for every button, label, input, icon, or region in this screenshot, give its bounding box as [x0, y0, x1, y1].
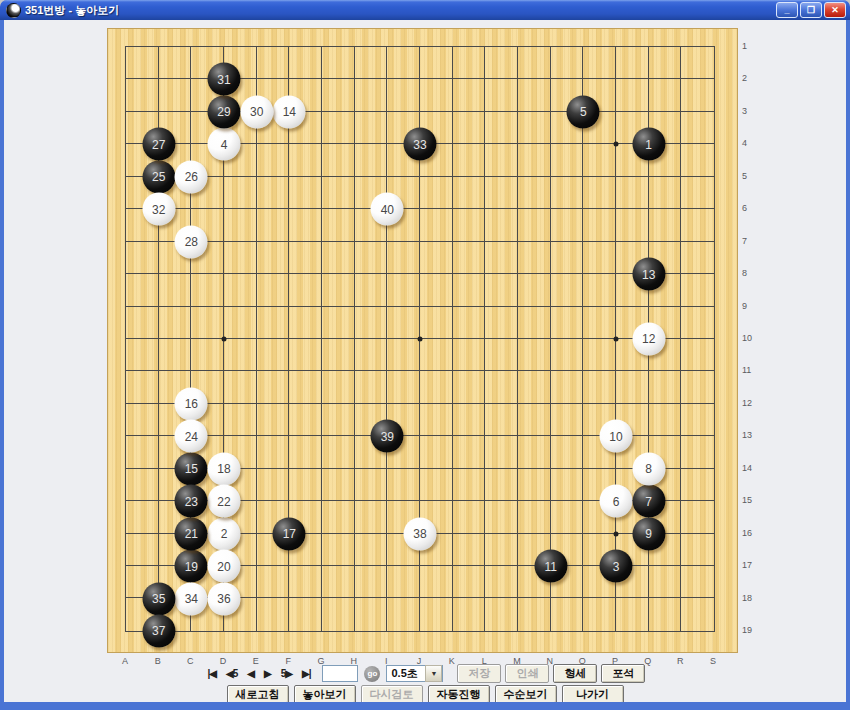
- board-cell: [420, 209, 453, 241]
- board-cell: [387, 79, 420, 111]
- go-board[interactable]: 1234567891011121314151617181920212223242…: [107, 28, 738, 653]
- board-cell: [681, 209, 714, 241]
- board-cell: [681, 469, 714, 501]
- board-cell: [387, 47, 420, 79]
- board-cell: [681, 177, 714, 209]
- title-bar[interactable]: 351번방 - 놓아보기 _ ❐ ✕: [0, 0, 850, 20]
- board-cell: [289, 598, 322, 630]
- board-cell: [289, 177, 322, 209]
- board-cell: [518, 371, 551, 403]
- board-cell: [485, 469, 518, 501]
- board-cell: [583, 598, 616, 630]
- board-cell: [420, 47, 453, 79]
- board-cell: [453, 242, 486, 274]
- board-cell: [453, 566, 486, 598]
- stone-white-38[interactable]: 38: [403, 517, 436, 550]
- board-cell: [616, 371, 649, 403]
- stone-black-11[interactable]: 11: [534, 550, 567, 583]
- board-cell: [518, 144, 551, 176]
- board-cell: [518, 501, 551, 533]
- board-cell: [583, 339, 616, 371]
- board-cell: [355, 534, 388, 566]
- board-cell: [355, 469, 388, 501]
- board-cell: [485, 307, 518, 339]
- board-cell: [289, 274, 322, 306]
- board-cell: [551, 598, 584, 630]
- board-cell: [485, 566, 518, 598]
- board-cell: [518, 79, 551, 111]
- row-label: 13: [742, 429, 758, 441]
- board-cell: [126, 274, 159, 306]
- board-cell: [126, 501, 159, 533]
- stone-white-14[interactable]: 14: [273, 95, 306, 128]
- stone-white-4[interactable]: 4: [207, 128, 240, 161]
- board-cell: [257, 436, 290, 468]
- board-cell: [224, 209, 257, 241]
- board-cell: [453, 79, 486, 111]
- maximize-button[interactable]: ❐: [800, 2, 822, 18]
- board-cell: [485, 144, 518, 176]
- board-cell: [355, 112, 388, 144]
- board-cell: [616, 47, 649, 79]
- board-cell: [322, 177, 355, 209]
- board-cell: [583, 144, 616, 176]
- board-cell: [518, 242, 551, 274]
- row-label: 1: [742, 40, 758, 52]
- board-cell: [322, 598, 355, 630]
- nav-back-5-button[interactable]: ◀5: [223, 668, 240, 679]
- board-cell: [649, 598, 682, 630]
- board-cell: [583, 209, 616, 241]
- stone-black-9[interactable]: 9: [632, 517, 665, 550]
- row-label: 14: [742, 462, 758, 474]
- stone-black-15[interactable]: 15: [175, 452, 208, 485]
- board-cell: [453, 598, 486, 630]
- star-point: [613, 336, 618, 341]
- board-cell: [485, 598, 518, 630]
- board-cell: [289, 242, 322, 274]
- board-cell: [583, 371, 616, 403]
- board-cell: [453, 534, 486, 566]
- board-cell: [224, 339, 257, 371]
- nav-forward-5-button[interactable]: 5▶: [278, 668, 295, 679]
- board-cell: [583, 307, 616, 339]
- board-cell: [322, 242, 355, 274]
- board-cell: [583, 47, 616, 79]
- stone-white-34[interactable]: 34: [175, 582, 208, 615]
- exit-button[interactable]: 나가기: [562, 685, 624, 703]
- board-cell: [485, 404, 518, 436]
- move-number-input[interactable]: [322, 665, 358, 682]
- row-label: 7: [742, 235, 758, 247]
- stone-white-22[interactable]: 22: [207, 485, 240, 518]
- board-cell: [551, 469, 584, 501]
- board-cell: [387, 469, 420, 501]
- board-cell: [387, 598, 420, 630]
- board-cell: [420, 307, 453, 339]
- stone-white-26[interactable]: 26: [175, 160, 208, 193]
- board-cell: [355, 79, 388, 111]
- board-cell: [649, 371, 682, 403]
- stone-black-19[interactable]: 19: [175, 550, 208, 583]
- position-eval-button[interactable]: 형세: [553, 664, 597, 683]
- stone-white-10[interactable]: 10: [599, 420, 632, 453]
- board-cell: [355, 144, 388, 176]
- board-cell: [616, 598, 649, 630]
- board-cell: [159, 339, 192, 371]
- board-cell: [518, 209, 551, 241]
- board-cell: [322, 47, 355, 79]
- board-cell: [126, 79, 159, 111]
- board-cell: [583, 274, 616, 306]
- board-cell: [551, 274, 584, 306]
- board-cell: [485, 274, 518, 306]
- board-cell: [224, 404, 257, 436]
- board-cell: [224, 371, 257, 403]
- close-button[interactable]: ✕: [824, 2, 846, 18]
- board-cell: [518, 404, 551, 436]
- row-label: 5: [742, 170, 758, 182]
- stone-white-36[interactable]: 36: [207, 582, 240, 615]
- board-cell: [485, 47, 518, 79]
- row-label: 4: [742, 137, 758, 149]
- board-cell: [453, 112, 486, 144]
- board-cell: [681, 307, 714, 339]
- board-cell: [583, 177, 616, 209]
- board-cell: [257, 144, 290, 176]
- board-cell: [551, 307, 584, 339]
- stone-black-33[interactable]: 33: [403, 128, 436, 161]
- row-label: 2: [742, 72, 758, 84]
- board-cell: [322, 469, 355, 501]
- board-cell: [518, 339, 551, 371]
- board-cell: [518, 177, 551, 209]
- board-cell: [322, 144, 355, 176]
- stone-black-5[interactable]: 5: [567, 95, 600, 128]
- stone-white-20[interactable]: 20: [207, 550, 240, 583]
- board-cell: [681, 598, 714, 630]
- board-cell: [322, 436, 355, 468]
- board-cell: [355, 501, 388, 533]
- row-label: 12: [742, 397, 758, 409]
- board-cell: [453, 144, 486, 176]
- board-cell: [681, 112, 714, 144]
- board-cell: [518, 307, 551, 339]
- stone-white-40[interactable]: 40: [371, 193, 404, 226]
- board-cell: [355, 274, 388, 306]
- stone-white-12[interactable]: 12: [632, 322, 665, 355]
- board-cell: [616, 177, 649, 209]
- board-cell: [681, 144, 714, 176]
- board-cell: [453, 371, 486, 403]
- board-cell: [387, 566, 420, 598]
- stone-white-24[interactable]: 24: [175, 420, 208, 453]
- stone-white-28[interactable]: 28: [175, 225, 208, 258]
- board-cell: [420, 79, 453, 111]
- stone-white-2[interactable]: 2: [207, 517, 240, 550]
- board-cell: [224, 274, 257, 306]
- board-cell: [322, 112, 355, 144]
- board-cell: [551, 177, 584, 209]
- board-cell: [355, 598, 388, 630]
- board-cell: [485, 436, 518, 468]
- row-label: 8: [742, 267, 758, 279]
- board-cell: [159, 47, 192, 79]
- board-cell: [485, 177, 518, 209]
- board-cell: [126, 339, 159, 371]
- stone-black-17[interactable]: 17: [273, 517, 306, 550]
- board-cell: [159, 307, 192, 339]
- board-cell: [355, 339, 388, 371]
- board-cell: [649, 209, 682, 241]
- board-cell: [649, 79, 682, 111]
- board-cell: [257, 404, 290, 436]
- board-cell: [289, 47, 322, 79]
- print-button[interactable]: 인쇄: [505, 664, 549, 683]
- board-cell: [387, 307, 420, 339]
- board-cell: [518, 274, 551, 306]
- nav-back-1-button[interactable]: ◀: [244, 668, 257, 679]
- board-cell: [616, 209, 649, 241]
- board-cell: [387, 242, 420, 274]
- nav-forward-1-button[interactable]: ▶: [261, 668, 274, 679]
- board-cell: [322, 339, 355, 371]
- board-cell: [289, 144, 322, 176]
- stone-black-31[interactable]: 31: [207, 63, 240, 96]
- board-cell: [420, 242, 453, 274]
- board-cell: [420, 469, 453, 501]
- board-cell: [681, 566, 714, 598]
- nav-first-button[interactable]: |◀: [205, 668, 220, 679]
- board-cell: [289, 371, 322, 403]
- stone-black-35[interactable]: 35: [142, 582, 175, 615]
- row-label: 6: [742, 202, 758, 214]
- board-cell: [485, 209, 518, 241]
- board-cell: [289, 404, 322, 436]
- board-cell: [453, 404, 486, 436]
- stone-black-7[interactable]: 7: [632, 485, 665, 518]
- board-cell: [126, 47, 159, 79]
- star-point: [613, 142, 618, 147]
- board-cell: [289, 469, 322, 501]
- board-cell: [387, 274, 420, 306]
- board-cell: [257, 339, 290, 371]
- board-cell: [126, 307, 159, 339]
- delay-select[interactable]: 0.5초 ▼: [386, 665, 443, 682]
- board-cell: [681, 534, 714, 566]
- board-cell: [126, 534, 159, 566]
- board-cell: [681, 47, 714, 79]
- board-cell: [257, 274, 290, 306]
- board-cell: [485, 501, 518, 533]
- board-cell: [355, 307, 388, 339]
- board-cell: [257, 47, 290, 79]
- board-cell: [289, 339, 322, 371]
- star-point: [417, 336, 422, 341]
- row-label: 9: [742, 300, 758, 312]
- row-label: 18: [742, 592, 758, 604]
- board-cell: [420, 177, 453, 209]
- row-label: 11: [742, 364, 758, 376]
- board-cell: [257, 307, 290, 339]
- board-cell: [453, 274, 486, 306]
- stone-white-8[interactable]: 8: [632, 452, 665, 485]
- board-cell: [387, 371, 420, 403]
- board-cell: [649, 177, 682, 209]
- board-cell: [420, 371, 453, 403]
- board-cell: [453, 307, 486, 339]
- move-order-button[interactable]: 수순보기: [495, 685, 557, 703]
- stone-black-13[interactable]: 13: [632, 258, 665, 291]
- stone-white-6[interactable]: 6: [599, 485, 632, 518]
- board-cell: [453, 47, 486, 79]
- board-cell: [322, 534, 355, 566]
- board-cell: [322, 501, 355, 533]
- row-label: 3: [742, 105, 758, 117]
- stone-black-29[interactable]: 29: [207, 95, 240, 128]
- nav-last-button[interactable]: ▶|: [299, 668, 314, 679]
- board-cell: [420, 598, 453, 630]
- star-point: [613, 531, 618, 536]
- board-cell: [355, 371, 388, 403]
- board-cell: [257, 209, 290, 241]
- go-button[interactable]: go: [364, 666, 380, 682]
- board-cell: [453, 501, 486, 533]
- board-cell: [191, 274, 224, 306]
- board-cell: [453, 436, 486, 468]
- board-cell: [257, 598, 290, 630]
- board-cell: [453, 209, 486, 241]
- board-cell: [518, 436, 551, 468]
- board-cell: [257, 242, 290, 274]
- app-window: 351번방 - 놓아보기 _ ❐ ✕ 123456789101112131415…: [0, 0, 850, 710]
- board-cell: [518, 598, 551, 630]
- board-cell: [551, 209, 584, 241]
- action-controls: 새로고침 놓아보기 다시검토 자동진행 수순보기 나가기: [4, 685, 846, 702]
- board-cell: [616, 79, 649, 111]
- playback-controls: |◀ ◀5 ◀ ▶ 5▶ ▶| go 0.5초 ▼ 저장 인쇄 형세 포석: [4, 664, 846, 683]
- board-cell: [289, 307, 322, 339]
- board-cell: [126, 371, 159, 403]
- stone-white-32[interactable]: 32: [142, 193, 175, 226]
- board-cell: [289, 566, 322, 598]
- board-cell: [551, 404, 584, 436]
- minimize-button[interactable]: _: [776, 2, 798, 18]
- board-cell: [485, 534, 518, 566]
- board-cell: [322, 307, 355, 339]
- board-cell: [191, 307, 224, 339]
- board-cell: [583, 242, 616, 274]
- board-cell: [681, 274, 714, 306]
- board-cell: [420, 404, 453, 436]
- board-cell: [551, 47, 584, 79]
- board-cell: [387, 339, 420, 371]
- board-cell: [224, 177, 257, 209]
- board-cell: [322, 404, 355, 436]
- save-button[interactable]: 저장: [457, 664, 501, 683]
- stone-black-1[interactable]: 1: [632, 128, 665, 161]
- board-cell: [551, 242, 584, 274]
- board-cell: [518, 469, 551, 501]
- board-cell: [485, 79, 518, 111]
- stone-black-25[interactable]: 25: [142, 160, 175, 193]
- stone-white-16[interactable]: 16: [175, 387, 208, 420]
- board-cell: [551, 339, 584, 371]
- board-cell: [649, 47, 682, 79]
- board-cell: [322, 566, 355, 598]
- board-cell: [681, 79, 714, 111]
- content-area: 1234567891011121314151617181920212223242…: [4, 20, 846, 702]
- board-cell: [420, 566, 453, 598]
- stone-black-23[interactable]: 23: [175, 485, 208, 518]
- stone-black-3[interactable]: 3: [599, 550, 632, 583]
- try-placing-button[interactable]: 놓아보기: [294, 685, 356, 703]
- board-cell: [420, 274, 453, 306]
- board-cell: [551, 501, 584, 533]
- board-cell: [681, 501, 714, 533]
- board-cell: [159, 274, 192, 306]
- board-cell: [224, 242, 257, 274]
- board-cell: [126, 436, 159, 468]
- row-label: 16: [742, 527, 758, 539]
- window-controls: _ ❐ ✕: [776, 2, 846, 18]
- board-cell: [322, 209, 355, 241]
- board-cell: [126, 469, 159, 501]
- board-cell: [355, 242, 388, 274]
- go-stone-icon: [6, 3, 21, 18]
- board-cell: [191, 339, 224, 371]
- stone-white-18[interactable]: 18: [207, 452, 240, 485]
- stone-black-27[interactable]: 27: [142, 128, 175, 161]
- board-cell: [485, 112, 518, 144]
- star-point: [221, 336, 226, 341]
- chevron-down-icon: ▼: [425, 665, 442, 682]
- board-cell: [289, 209, 322, 241]
- stone-white-30[interactable]: 30: [240, 95, 273, 128]
- board-cell: [551, 371, 584, 403]
- row-label: 10: [742, 332, 758, 344]
- board-cell: [322, 79, 355, 111]
- board-cell: [453, 469, 486, 501]
- board-cell: [420, 436, 453, 468]
- board-cell: [257, 371, 290, 403]
- board-cell: [518, 112, 551, 144]
- board-cell: [355, 566, 388, 598]
- stone-black-37[interactable]: 37: [142, 614, 175, 647]
- board-cell: [681, 242, 714, 274]
- board-cell: [485, 339, 518, 371]
- board-cell: [453, 177, 486, 209]
- board-cell: [681, 404, 714, 436]
- board-cell: [126, 242, 159, 274]
- board-cell: [453, 339, 486, 371]
- board-cell: [518, 47, 551, 79]
- stone-black-39[interactable]: 39: [371, 420, 404, 453]
- board-cell: [257, 566, 290, 598]
- board-cell: [485, 371, 518, 403]
- re-review-button[interactable]: 다시검토: [361, 685, 423, 703]
- auto-play-button[interactable]: 자동진행: [428, 685, 490, 703]
- board-cell: [681, 339, 714, 371]
- refresh-button[interactable]: 새로고침: [227, 685, 289, 703]
- fuseki-button[interactable]: 포석: [601, 664, 645, 683]
- board-cell: [420, 339, 453, 371]
- stone-black-21[interactable]: 21: [175, 517, 208, 550]
- board-cell: [681, 436, 714, 468]
- board-cell: [551, 436, 584, 468]
- board-cell: [224, 307, 257, 339]
- board-cell: [126, 404, 159, 436]
